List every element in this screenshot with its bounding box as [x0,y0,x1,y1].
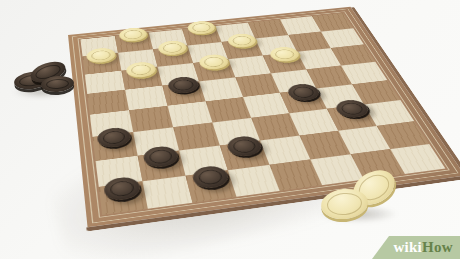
square-r4-c1 [87,90,129,115]
dark-piece [333,99,372,120]
square-r8-c8 [390,144,445,174]
square-r5-c4 [206,97,252,123]
square-r8-c2 [143,176,193,209]
light-piece [118,27,148,43]
watermark-wiki-text: wiki [393,239,422,256]
dark-piece [96,126,132,149]
light-piece [186,20,217,35]
square-r4-c4 [199,77,243,101]
square-r5-c2 [129,106,173,132]
photo-stage: wikiHow [0,0,460,259]
square-r5-c5 [243,93,289,118]
square-r3-c1 [85,71,125,94]
square-r8-c1 [99,181,148,215]
square-r4-c5 [235,73,280,97]
watermark-how-text: How [422,239,453,256]
wikihow-watermark: wikiHow [372,236,460,259]
